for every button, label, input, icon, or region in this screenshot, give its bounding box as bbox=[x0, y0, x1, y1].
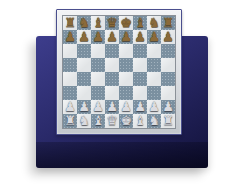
square-g6 bbox=[147, 44, 161, 58]
piece-white-bishop-f1: ♝ bbox=[133, 114, 147, 128]
piece-white-rook-a1: ♜ bbox=[63, 114, 77, 128]
square-c7: ♟ bbox=[91, 30, 105, 44]
square-e4 bbox=[119, 72, 133, 86]
square-h3 bbox=[161, 86, 175, 100]
square-h6 bbox=[161, 44, 175, 58]
square-b4 bbox=[77, 72, 91, 86]
square-b3 bbox=[77, 86, 91, 100]
square-d7: ♟ bbox=[105, 30, 119, 44]
piece-white-queen-d1: ♛ bbox=[105, 114, 119, 128]
square-d1: ♛ bbox=[105, 114, 119, 128]
piece-black-bishop-f8: ♝ bbox=[133, 16, 147, 30]
piece-black-pawn-d7: ♟ bbox=[105, 30, 119, 44]
square-d8: ♛ bbox=[105, 16, 119, 30]
piece-black-rook-h8: ♜ bbox=[161, 16, 175, 30]
square-c3 bbox=[91, 86, 105, 100]
piece-white-king-e1: ♚ bbox=[119, 114, 133, 128]
piece-black-pawn-a7: ♟ bbox=[63, 30, 77, 44]
piece-black-rook-a8: ♜ bbox=[63, 16, 77, 30]
piece-white-pawn-a2: ♟ bbox=[63, 100, 77, 114]
piece-white-knight-b1: ♞ bbox=[77, 114, 91, 128]
square-b7: ♟ bbox=[77, 30, 91, 44]
square-d2: ♟ bbox=[105, 100, 119, 114]
piece-black-king-e8: ♚ bbox=[119, 16, 133, 30]
square-h4 bbox=[161, 72, 175, 86]
square-d3 bbox=[105, 86, 119, 100]
square-c1: ♝ bbox=[91, 114, 105, 128]
piece-black-bishop-c8: ♝ bbox=[91, 16, 105, 30]
piece-black-knight-b8: ♞ bbox=[77, 16, 91, 30]
square-f6 bbox=[133, 44, 147, 58]
square-a1: ♜ bbox=[63, 114, 77, 128]
square-c2: ♟ bbox=[91, 100, 105, 114]
square-h7: ♟ bbox=[161, 30, 175, 44]
square-f4 bbox=[133, 72, 147, 86]
square-b1: ♞ bbox=[77, 114, 91, 128]
square-d5 bbox=[105, 58, 119, 72]
piece-black-pawn-h7: ♟ bbox=[161, 30, 175, 44]
piece-white-pawn-h2: ♟ bbox=[161, 100, 175, 114]
square-g5 bbox=[147, 58, 161, 72]
piece-white-pawn-b2: ♟ bbox=[77, 100, 91, 114]
square-a6 bbox=[63, 44, 77, 58]
square-c6 bbox=[91, 44, 105, 58]
square-f1: ♝ bbox=[133, 114, 147, 128]
piece-black-knight-g8: ♞ bbox=[147, 16, 161, 30]
square-h2: ♟ bbox=[161, 100, 175, 114]
chess-board: ♜♞♝♛♚♝♞♜♟♟♟♟♟♟♟♟♟♟♟♟♟♟♟♟♜♞♝♛♚♝♞♜ bbox=[56, 9, 182, 135]
square-a3 bbox=[63, 86, 77, 100]
square-e6 bbox=[119, 44, 133, 58]
square-g2: ♟ bbox=[147, 100, 161, 114]
piece-white-bishop-c1: ♝ bbox=[91, 114, 105, 128]
chess-set-photo: ♜♞♝♛♚♝♞♜♟♟♟♟♟♟♟♟♟♟♟♟♟♟♟♟♜♞♝♛♚♝♞♜ bbox=[0, 0, 240, 190]
square-g1: ♞ bbox=[147, 114, 161, 128]
square-h1: ♜ bbox=[161, 114, 175, 128]
piece-white-rook-h1: ♜ bbox=[161, 114, 175, 128]
piece-black-pawn-b7: ♟ bbox=[77, 30, 91, 44]
piece-black-pawn-c7: ♟ bbox=[91, 30, 105, 44]
square-d4 bbox=[105, 72, 119, 86]
square-e7: ♟ bbox=[119, 30, 133, 44]
piece-black-pawn-f7: ♟ bbox=[133, 30, 147, 44]
square-h8: ♜ bbox=[161, 16, 175, 30]
square-a7: ♟ bbox=[63, 30, 77, 44]
square-a2: ♟ bbox=[63, 100, 77, 114]
square-g3 bbox=[147, 86, 161, 100]
piece-white-knight-g1: ♞ bbox=[147, 114, 161, 128]
piece-black-pawn-e7: ♟ bbox=[119, 30, 133, 44]
square-c8: ♝ bbox=[91, 16, 105, 30]
piece-black-queen-d8: ♛ bbox=[105, 16, 119, 30]
square-g4 bbox=[147, 72, 161, 86]
piece-black-pawn-g7: ♟ bbox=[147, 30, 161, 44]
square-a8: ♜ bbox=[63, 16, 77, 30]
square-f3 bbox=[133, 86, 147, 100]
square-e8: ♚ bbox=[119, 16, 133, 30]
square-a4 bbox=[63, 72, 77, 86]
square-h5 bbox=[161, 58, 175, 72]
square-e1: ♚ bbox=[119, 114, 133, 128]
square-c4 bbox=[91, 72, 105, 86]
piece-white-pawn-d2: ♟ bbox=[105, 100, 119, 114]
square-f7: ♟ bbox=[133, 30, 147, 44]
square-g7: ♟ bbox=[147, 30, 161, 44]
square-f8: ♝ bbox=[133, 16, 147, 30]
piece-white-pawn-f2: ♟ bbox=[133, 100, 147, 114]
chess-grid: ♜♞♝♛♚♝♞♜♟♟♟♟♟♟♟♟♟♟♟♟♟♟♟♟♜♞♝♛♚♝♞♜ bbox=[63, 16, 175, 128]
square-b2: ♟ bbox=[77, 100, 91, 114]
piece-white-pawn-e2: ♟ bbox=[119, 100, 133, 114]
velvet-base-front-edge bbox=[36, 142, 208, 168]
square-e2: ♟ bbox=[119, 100, 133, 114]
piece-white-pawn-g2: ♟ bbox=[147, 100, 161, 114]
square-e3 bbox=[119, 86, 133, 100]
piece-white-pawn-c2: ♟ bbox=[91, 100, 105, 114]
square-f5 bbox=[133, 58, 147, 72]
square-g8: ♞ bbox=[147, 16, 161, 30]
square-a5 bbox=[63, 58, 77, 72]
square-e5 bbox=[119, 58, 133, 72]
square-b5 bbox=[77, 58, 91, 72]
square-f2: ♟ bbox=[133, 100, 147, 114]
square-c5 bbox=[91, 58, 105, 72]
square-b8: ♞ bbox=[77, 16, 91, 30]
square-d6 bbox=[105, 44, 119, 58]
square-b6 bbox=[77, 44, 91, 58]
